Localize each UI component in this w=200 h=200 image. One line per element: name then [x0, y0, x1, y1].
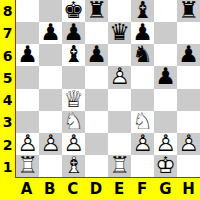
- square-f7[interactable]: ♟: [131, 22, 154, 44]
- black-queen-piece: ♛: [109, 22, 130, 44]
- square-b3[interactable]: [39, 111, 62, 133]
- square-f5[interactable]: [131, 66, 154, 88]
- file-label-h: H: [177, 178, 200, 200]
- square-e8[interactable]: [108, 0, 131, 22]
- rank-label-1: 1: [0, 156, 15, 178]
- square-g7[interactable]: [154, 22, 177, 44]
- square-b8[interactable]: [39, 0, 62, 22]
- square-h5[interactable]: [177, 66, 200, 88]
- square-b1[interactable]: [39, 155, 62, 177]
- square-g8[interactable]: [154, 0, 177, 22]
- white-pawn-piece: ♟♙: [40, 133, 61, 155]
- black-pawn-piece: ♟: [40, 22, 61, 44]
- square-a5[interactable]: [16, 66, 39, 88]
- square-d1[interactable]: [85, 155, 108, 177]
- square-f3[interactable]: ♞♘: [131, 111, 154, 133]
- square-e2[interactable]: [108, 133, 131, 155]
- white-pawn-piece: ♟♙: [63, 133, 84, 155]
- white-pawn-piece: ♟♙: [132, 133, 153, 155]
- black-rook-piece: ♜: [178, 0, 199, 22]
- square-h6[interactable]: ♟: [177, 44, 200, 66]
- square-h7[interactable]: [177, 22, 200, 44]
- chessboard-diagram: 87654321 ♚♜♝♜♟♟♛♟♟♝♟♞♟♟♙♟♛♕♞♘♞♘♟♙♟♙♟♙♟♙♟…: [0, 0, 200, 200]
- white-queen-piece: ♛♕: [63, 89, 84, 111]
- rank-label-2: 2: [0, 134, 15, 156]
- black-pawn-piece: ♟: [132, 22, 153, 44]
- black-pawn-piece: ♟: [178, 44, 199, 66]
- square-a6[interactable]: ♟: [16, 44, 39, 66]
- square-d4[interactable]: [85, 89, 108, 111]
- black-knight-piece: ♞: [132, 44, 153, 66]
- white-knight-piece: ♞♘: [63, 111, 84, 133]
- square-c6[interactable]: ♝: [62, 44, 85, 66]
- square-e1[interactable]: ♜♖: [108, 155, 131, 177]
- square-c2[interactable]: ♟♙: [62, 133, 85, 155]
- file-label-a: A: [15, 178, 38, 200]
- black-bishop-piece: ♝: [132, 0, 153, 22]
- square-d7[interactable]: [85, 22, 108, 44]
- file-labels: ABCDEFGH: [15, 178, 200, 200]
- black-bishop-piece: ♝: [63, 44, 84, 66]
- square-f6[interactable]: ♞: [131, 44, 154, 66]
- square-c1[interactable]: ♝♗: [62, 155, 85, 177]
- square-e4[interactable]: [108, 89, 131, 111]
- square-d6[interactable]: ♟: [85, 44, 108, 66]
- square-f4[interactable]: [131, 89, 154, 111]
- square-c4[interactable]: ♛♕: [62, 89, 85, 111]
- rank-labels: 87654321: [0, 0, 15, 178]
- square-e3[interactable]: [108, 111, 131, 133]
- square-b7[interactable]: ♟: [39, 22, 62, 44]
- square-d2[interactable]: [85, 133, 108, 155]
- white-rook-piece: ♜♖: [17, 155, 38, 177]
- square-b5[interactable]: [39, 66, 62, 88]
- white-pawn-piece: ♟♙: [109, 66, 130, 88]
- file-label-d: D: [84, 178, 107, 200]
- square-b2[interactable]: ♟♙: [39, 133, 62, 155]
- square-g5[interactable]: ♟: [154, 66, 177, 88]
- white-bishop-piece: ♝♗: [63, 155, 84, 177]
- square-a7[interactable]: [16, 22, 39, 44]
- square-f2[interactable]: ♟♙: [131, 133, 154, 155]
- black-king-piece: ♚: [63, 0, 84, 22]
- square-a2[interactable]: ♟♙: [16, 133, 39, 155]
- file-label-g: G: [154, 178, 177, 200]
- square-a4[interactable]: [16, 89, 39, 111]
- file-label-f: F: [131, 178, 154, 200]
- square-g1[interactable]: ♚♔: [154, 155, 177, 177]
- square-d5[interactable]: [85, 66, 108, 88]
- square-c7[interactable]: ♟: [62, 22, 85, 44]
- black-pawn-piece: ♟: [86, 44, 107, 66]
- square-h4[interactable]: [177, 89, 200, 111]
- square-e7[interactable]: ♛: [108, 22, 131, 44]
- file-label-e: E: [108, 178, 131, 200]
- file-label-b: B: [38, 178, 61, 200]
- square-e6[interactable]: [108, 44, 131, 66]
- white-rook-piece: ♜♖: [109, 155, 130, 177]
- rank-label-3: 3: [0, 111, 15, 133]
- file-label-c: C: [61, 178, 84, 200]
- rank-label-8: 8: [0, 0, 15, 22]
- black-pawn-piece: ♟: [63, 22, 84, 44]
- square-b6[interactable]: [39, 44, 62, 66]
- square-a3[interactable]: [16, 111, 39, 133]
- white-knight-piece: ♞♘: [132, 111, 153, 133]
- square-c5[interactable]: [62, 66, 85, 88]
- square-h8[interactable]: ♜: [177, 0, 200, 22]
- white-pawn-piece: ♟♙: [17, 133, 38, 155]
- black-pawn-piece: ♟: [155, 66, 176, 88]
- white-pawn-piece: ♟♙: [155, 133, 176, 155]
- square-d8[interactable]: ♜: [85, 0, 108, 22]
- white-king-piece: ♚♔: [155, 155, 176, 177]
- black-rook-piece: ♜: [86, 0, 107, 22]
- square-c3[interactable]: ♞♘: [62, 111, 85, 133]
- square-g3[interactable]: [154, 111, 177, 133]
- square-g2[interactable]: ♟♙: [154, 133, 177, 155]
- rank-label-4: 4: [0, 89, 15, 111]
- black-pawn-piece: ♟: [17, 44, 38, 66]
- rank-label-7: 7: [0, 22, 15, 44]
- square-c8[interactable]: ♚: [62, 0, 85, 22]
- square-a8[interactable]: [16, 0, 39, 22]
- square-g4[interactable]: [154, 89, 177, 111]
- square-f1[interactable]: [131, 155, 154, 177]
- square-h2[interactable]: ♟♙: [177, 133, 200, 155]
- square-h3[interactable]: [177, 111, 200, 133]
- square-d3[interactable]: [85, 111, 108, 133]
- square-f8[interactable]: ♝: [131, 0, 154, 22]
- board: ♚♜♝♜♟♟♛♟♟♝♟♞♟♟♙♟♛♕♞♘♞♘♟♙♟♙♟♙♟♙♟♙♟♙♜♖♝♗♜♖…: [15, 0, 200, 178]
- square-a1[interactable]: ♜♖: [16, 155, 39, 177]
- square-e5[interactable]: ♟♙: [108, 66, 131, 88]
- rank-label-6: 6: [0, 45, 15, 67]
- square-g6[interactable]: [154, 44, 177, 66]
- square-h1[interactable]: [177, 155, 200, 177]
- rank-label-5: 5: [0, 67, 15, 89]
- square-b4[interactable]: [39, 89, 62, 111]
- white-pawn-piece: ♟♙: [178, 133, 199, 155]
